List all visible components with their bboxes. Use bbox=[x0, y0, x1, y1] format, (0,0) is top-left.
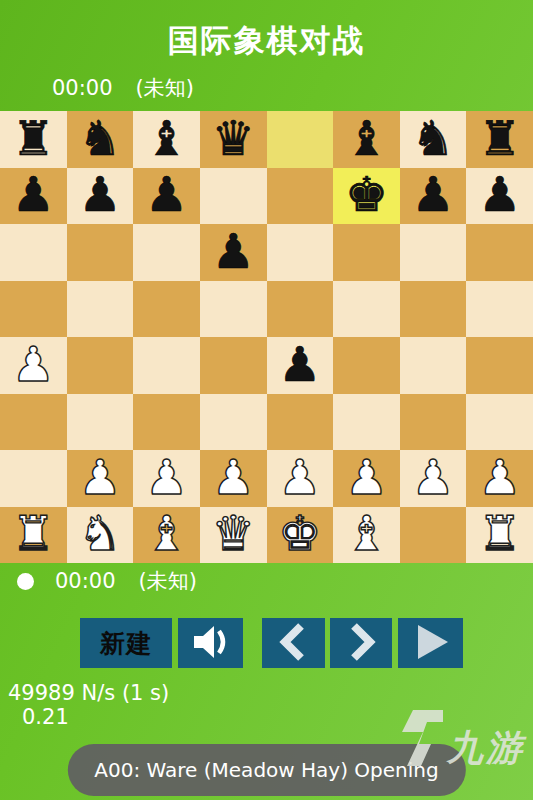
engine-speed-text: 49989 N/s (1 s) bbox=[8, 681, 169, 705]
black-knight: ♞ bbox=[78, 114, 121, 165]
play-icon bbox=[410, 621, 452, 666]
black-pawn: ♟ bbox=[478, 170, 521, 221]
square-h8[interactable]: ♜ bbox=[466, 111, 533, 168]
square-b1[interactable]: ♞ bbox=[67, 507, 134, 564]
square-d3[interactable] bbox=[200, 394, 267, 451]
square-g3[interactable] bbox=[400, 394, 467, 451]
square-b6[interactable] bbox=[67, 224, 134, 281]
white-queen: ♛ bbox=[212, 509, 255, 560]
square-c7[interactable]: ♟ bbox=[133, 168, 200, 225]
square-a1[interactable]: ♜ bbox=[0, 507, 67, 564]
opponent-clock-time: 00:00 bbox=[52, 76, 113, 100]
square-d2[interactable]: ♟ bbox=[200, 450, 267, 507]
square-g4[interactable] bbox=[400, 337, 467, 394]
black-bishop: ♝ bbox=[345, 114, 388, 165]
square-a8[interactable]: ♜ bbox=[0, 111, 67, 168]
square-b2[interactable]: ♟ bbox=[67, 450, 134, 507]
speaker-icon bbox=[191, 623, 231, 664]
square-d1[interactable]: ♛ bbox=[200, 507, 267, 564]
white-rook: ♜ bbox=[478, 509, 521, 560]
square-c6[interactable] bbox=[133, 224, 200, 281]
player-clock-time: 00:00 bbox=[55, 569, 116, 593]
square-f3[interactable] bbox=[333, 394, 400, 451]
square-a7[interactable]: ♟ bbox=[0, 168, 67, 225]
square-d8[interactable]: ♛ bbox=[200, 111, 267, 168]
player-clock-row: 00:00 (未知) bbox=[0, 567, 197, 595]
square-a6[interactable] bbox=[0, 224, 67, 281]
square-f6[interactable] bbox=[333, 224, 400, 281]
black-pawn: ♟ bbox=[212, 227, 255, 278]
black-rook: ♜ bbox=[12, 114, 55, 165]
chess-board[interactable]: ♜♞♝♛♝♞♜♟♟♟♚♟♟♟♟♟♟♟♟♟♟♟♟♜♞♝♛♚♝♜ bbox=[0, 111, 533, 563]
black-pawn: ♟ bbox=[278, 340, 321, 391]
square-d4[interactable] bbox=[200, 337, 267, 394]
square-c1[interactable]: ♝ bbox=[133, 507, 200, 564]
square-a2[interactable] bbox=[0, 450, 67, 507]
move-forward-button[interactable] bbox=[330, 618, 392, 668]
move-back-button[interactable] bbox=[262, 618, 325, 668]
square-g6[interactable] bbox=[400, 224, 467, 281]
opponent-name: (未知) bbox=[136, 74, 194, 102]
black-pawn: ♟ bbox=[78, 170, 121, 221]
square-d6[interactable]: ♟ bbox=[200, 224, 267, 281]
black-bishop: ♝ bbox=[145, 114, 188, 165]
new-game-button[interactable]: 新建 bbox=[80, 618, 172, 668]
square-c4[interactable] bbox=[133, 337, 200, 394]
white-rook: ♜ bbox=[12, 509, 55, 560]
square-g5[interactable] bbox=[400, 281, 467, 338]
white-bishop: ♝ bbox=[345, 509, 388, 560]
square-e8[interactable] bbox=[267, 111, 334, 168]
square-d7[interactable] bbox=[200, 168, 267, 225]
square-h3[interactable] bbox=[466, 394, 533, 451]
square-a3[interactable] bbox=[0, 394, 67, 451]
watermark-text: 九游 bbox=[447, 724, 525, 773]
black-pawn: ♟ bbox=[145, 170, 188, 221]
black-pawn: ♟ bbox=[412, 170, 455, 221]
white-pawn: ♟ bbox=[212, 453, 255, 504]
white-bishop: ♝ bbox=[145, 509, 188, 560]
square-h6[interactable] bbox=[466, 224, 533, 281]
square-g8[interactable]: ♞ bbox=[400, 111, 467, 168]
square-e1[interactable]: ♚ bbox=[267, 507, 334, 564]
chevron-left-icon bbox=[277, 622, 311, 665]
square-c5[interactable] bbox=[133, 281, 200, 338]
square-h5[interactable] bbox=[466, 281, 533, 338]
square-d5[interactable] bbox=[200, 281, 267, 338]
white-pawn: ♟ bbox=[478, 453, 521, 504]
square-e2[interactable]: ♟ bbox=[267, 450, 334, 507]
square-b3[interactable] bbox=[67, 394, 134, 451]
square-f1[interactable]: ♝ bbox=[333, 507, 400, 564]
square-f7[interactable]: ♚ bbox=[333, 168, 400, 225]
square-a5[interactable] bbox=[0, 281, 67, 338]
square-e7[interactable] bbox=[267, 168, 334, 225]
square-c2[interactable]: ♟ bbox=[133, 450, 200, 507]
play-button[interactable] bbox=[398, 618, 463, 668]
black-king: ♚ bbox=[345, 170, 388, 221]
square-g2[interactable]: ♟ bbox=[400, 450, 467, 507]
white-pawn: ♟ bbox=[12, 340, 55, 391]
watermark: 九游 bbox=[397, 708, 525, 773]
black-pawn: ♟ bbox=[12, 170, 55, 221]
white-pawn: ♟ bbox=[78, 453, 121, 504]
square-h4[interactable] bbox=[466, 337, 533, 394]
opponent-clock-row: 00:00 (未知) bbox=[0, 74, 194, 102]
square-h1[interactable]: ♜ bbox=[466, 507, 533, 564]
square-c3[interactable] bbox=[133, 394, 200, 451]
square-b7[interactable]: ♟ bbox=[67, 168, 134, 225]
square-f4[interactable] bbox=[333, 337, 400, 394]
square-f8[interactable]: ♝ bbox=[333, 111, 400, 168]
sound-button[interactable] bbox=[178, 618, 243, 668]
square-h2[interactable]: ♟ bbox=[466, 450, 533, 507]
player-name: (未知) bbox=[139, 567, 197, 595]
square-g7[interactable]: ♟ bbox=[400, 168, 467, 225]
nine-game-logo-icon bbox=[397, 708, 447, 772]
square-e3[interactable] bbox=[267, 394, 334, 451]
app-screen: 国际象棋对战 00:00 (未知) ♜♞♝♛♝♞♜♟♟♟♚♟♟♟♟♟♟♟♟♟♟♟… bbox=[0, 0, 533, 800]
white-turn-indicator-dot bbox=[17, 573, 34, 590]
black-knight: ♞ bbox=[412, 114, 455, 165]
white-knight: ♞ bbox=[78, 509, 121, 560]
square-f2[interactable]: ♟ bbox=[333, 450, 400, 507]
square-g1[interactable] bbox=[400, 507, 467, 564]
square-f5[interactable] bbox=[333, 281, 400, 338]
white-pawn: ♟ bbox=[278, 453, 321, 504]
page-title: 国际象棋对战 bbox=[0, 20, 533, 62]
square-h7[interactable]: ♟ bbox=[466, 168, 533, 225]
square-b4[interactable] bbox=[67, 337, 134, 394]
square-c8[interactable]: ♝ bbox=[133, 111, 200, 168]
chevron-right-icon bbox=[344, 622, 378, 665]
engine-eval-text: 0.21 bbox=[22, 705, 69, 729]
square-b8[interactable]: ♞ bbox=[67, 111, 134, 168]
white-pawn: ♟ bbox=[412, 453, 455, 504]
square-a4[interactable]: ♟ bbox=[0, 337, 67, 394]
square-e4[interactable]: ♟ bbox=[267, 337, 334, 394]
square-b5[interactable] bbox=[67, 281, 134, 338]
white-pawn: ♟ bbox=[345, 453, 388, 504]
white-pawn: ♟ bbox=[145, 453, 188, 504]
square-e5[interactable] bbox=[267, 281, 334, 338]
square-e6[interactable] bbox=[267, 224, 334, 281]
black-queen: ♛ bbox=[212, 114, 255, 165]
black-rook: ♜ bbox=[478, 114, 521, 165]
white-king: ♚ bbox=[278, 509, 321, 560]
